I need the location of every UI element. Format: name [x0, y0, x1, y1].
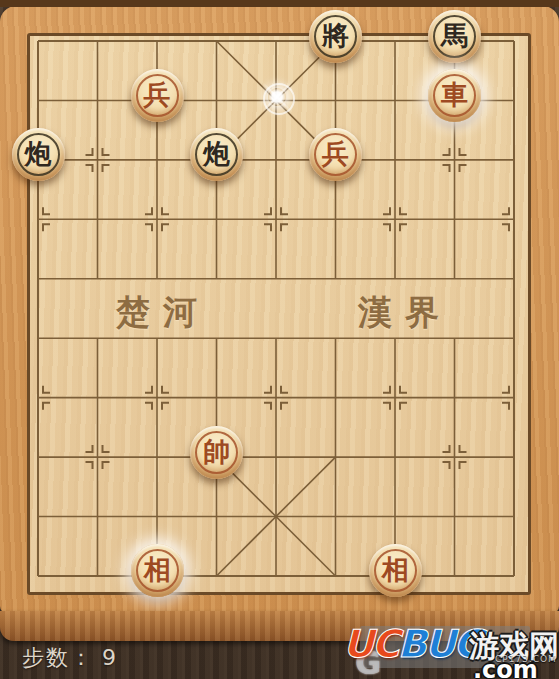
piece-black-cannon[interactable]: 炮	[12, 128, 65, 181]
piece-glyph: 將	[322, 22, 349, 49]
board-front-edge	[0, 611, 559, 641]
piece-glyph: 相	[382, 556, 409, 583]
piece-red-general[interactable]: 帥	[190, 426, 243, 479]
piece-red-elephant[interactable]: 相	[369, 544, 422, 597]
piece-glyph: 炮	[203, 140, 230, 167]
piece-glyph: 帥	[203, 438, 230, 465]
piece-glyph: 兵	[322, 140, 349, 167]
top-edge-shadow	[0, 0, 559, 7]
piece-red-elephant[interactable]: 相	[131, 544, 184, 597]
piece-black-horse[interactable]: 馬	[428, 10, 481, 63]
piece-glyph: 馬	[441, 22, 468, 49]
river-label-right: 漢界	[358, 290, 452, 336]
piece-glyph: 相	[144, 556, 171, 583]
step-counter: 步数：9	[22, 643, 118, 673]
piece-red-soldier[interactable]: 兵	[309, 128, 362, 181]
piece-black-cannon[interactable]: 炮	[190, 128, 243, 181]
piece-black-general[interactable]: 將	[309, 10, 362, 63]
piece-glyph: 車	[441, 81, 468, 108]
river-label-left: 楚河	[116, 290, 210, 336]
piece-glyph: 炮	[25, 140, 52, 167]
piece-red-chariot[interactable]: 車	[428, 69, 481, 122]
piece-glyph: 兵	[144, 81, 171, 108]
step-counter-value: 9	[102, 645, 118, 670]
step-counter-label: 步数：	[22, 645, 94, 670]
piece-red-soldier[interactable]: 兵	[131, 69, 184, 122]
